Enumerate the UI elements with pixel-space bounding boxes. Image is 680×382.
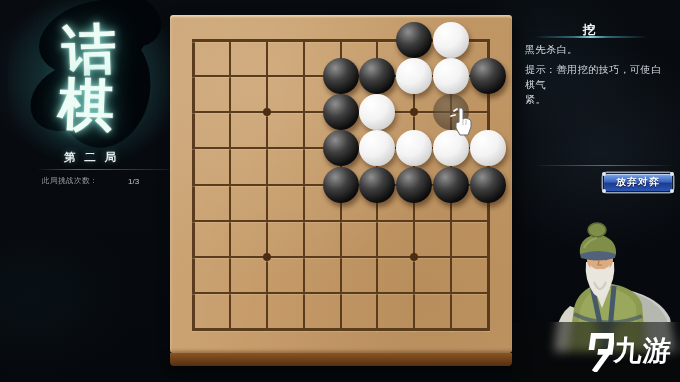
hand-cursor-icon xyxy=(447,105,474,138)
grid-line-horizontal xyxy=(192,220,490,222)
stone-black xyxy=(359,167,395,203)
stone-white xyxy=(433,58,469,94)
stone-black xyxy=(470,58,506,94)
board-front-edge xyxy=(170,353,512,366)
stone-black xyxy=(323,94,359,130)
title-divider xyxy=(534,36,648,38)
grid-line-horizontal xyxy=(192,256,490,258)
brand-name: 九游 xyxy=(613,332,674,370)
stone-black xyxy=(323,167,359,203)
objective-text: 黑先杀白。 xyxy=(525,43,673,57)
forfeit-button[interactable]: 放弃对弈 xyxy=(603,173,673,192)
challenge-counter: 此局挑战次数： 1/3 xyxy=(42,176,162,186)
star-point xyxy=(410,108,418,116)
go-board[interactable] xyxy=(170,15,512,353)
game-screen: 诘 棋 第二局 此局挑战次数： 1/3 挖 黑先杀白。 提示：善用挖的技巧，可使… xyxy=(0,0,680,382)
challenge-value: 1/3 xyxy=(128,177,139,186)
panel-divider xyxy=(534,165,674,166)
stone-white xyxy=(359,130,395,166)
round-label: 第二局 xyxy=(15,150,165,165)
stone-white xyxy=(470,130,506,166)
sidebar-divider xyxy=(36,169,172,170)
stone-black xyxy=(470,167,506,203)
star-point xyxy=(410,253,418,261)
watermark-band: 九游 xyxy=(512,322,680,382)
challenge-label: 此局挑战次数： xyxy=(42,176,98,186)
stone-white xyxy=(396,58,432,94)
forfeit-button-label: 放弃对弈 xyxy=(616,176,660,189)
hint-text: 提示：善用挖的技巧，可使白棋气 紧。 xyxy=(525,62,667,107)
stone-black xyxy=(433,167,469,203)
stone-black xyxy=(323,130,359,166)
stone-white xyxy=(433,22,469,58)
grid-line-horizontal xyxy=(192,328,490,331)
stone-black xyxy=(396,22,432,58)
brand-9-glyph-icon xyxy=(582,330,614,372)
brand-logo: 九游 xyxy=(582,330,672,372)
stone-white xyxy=(396,130,432,166)
stone-white xyxy=(359,94,395,130)
stone-black xyxy=(396,167,432,203)
star-point xyxy=(263,108,271,116)
star-point xyxy=(263,253,271,261)
stone-black xyxy=(323,58,359,94)
puzzle-title-char-2: 棋 xyxy=(57,67,116,145)
stone-black xyxy=(359,58,395,94)
grid-line-horizontal xyxy=(192,292,490,294)
